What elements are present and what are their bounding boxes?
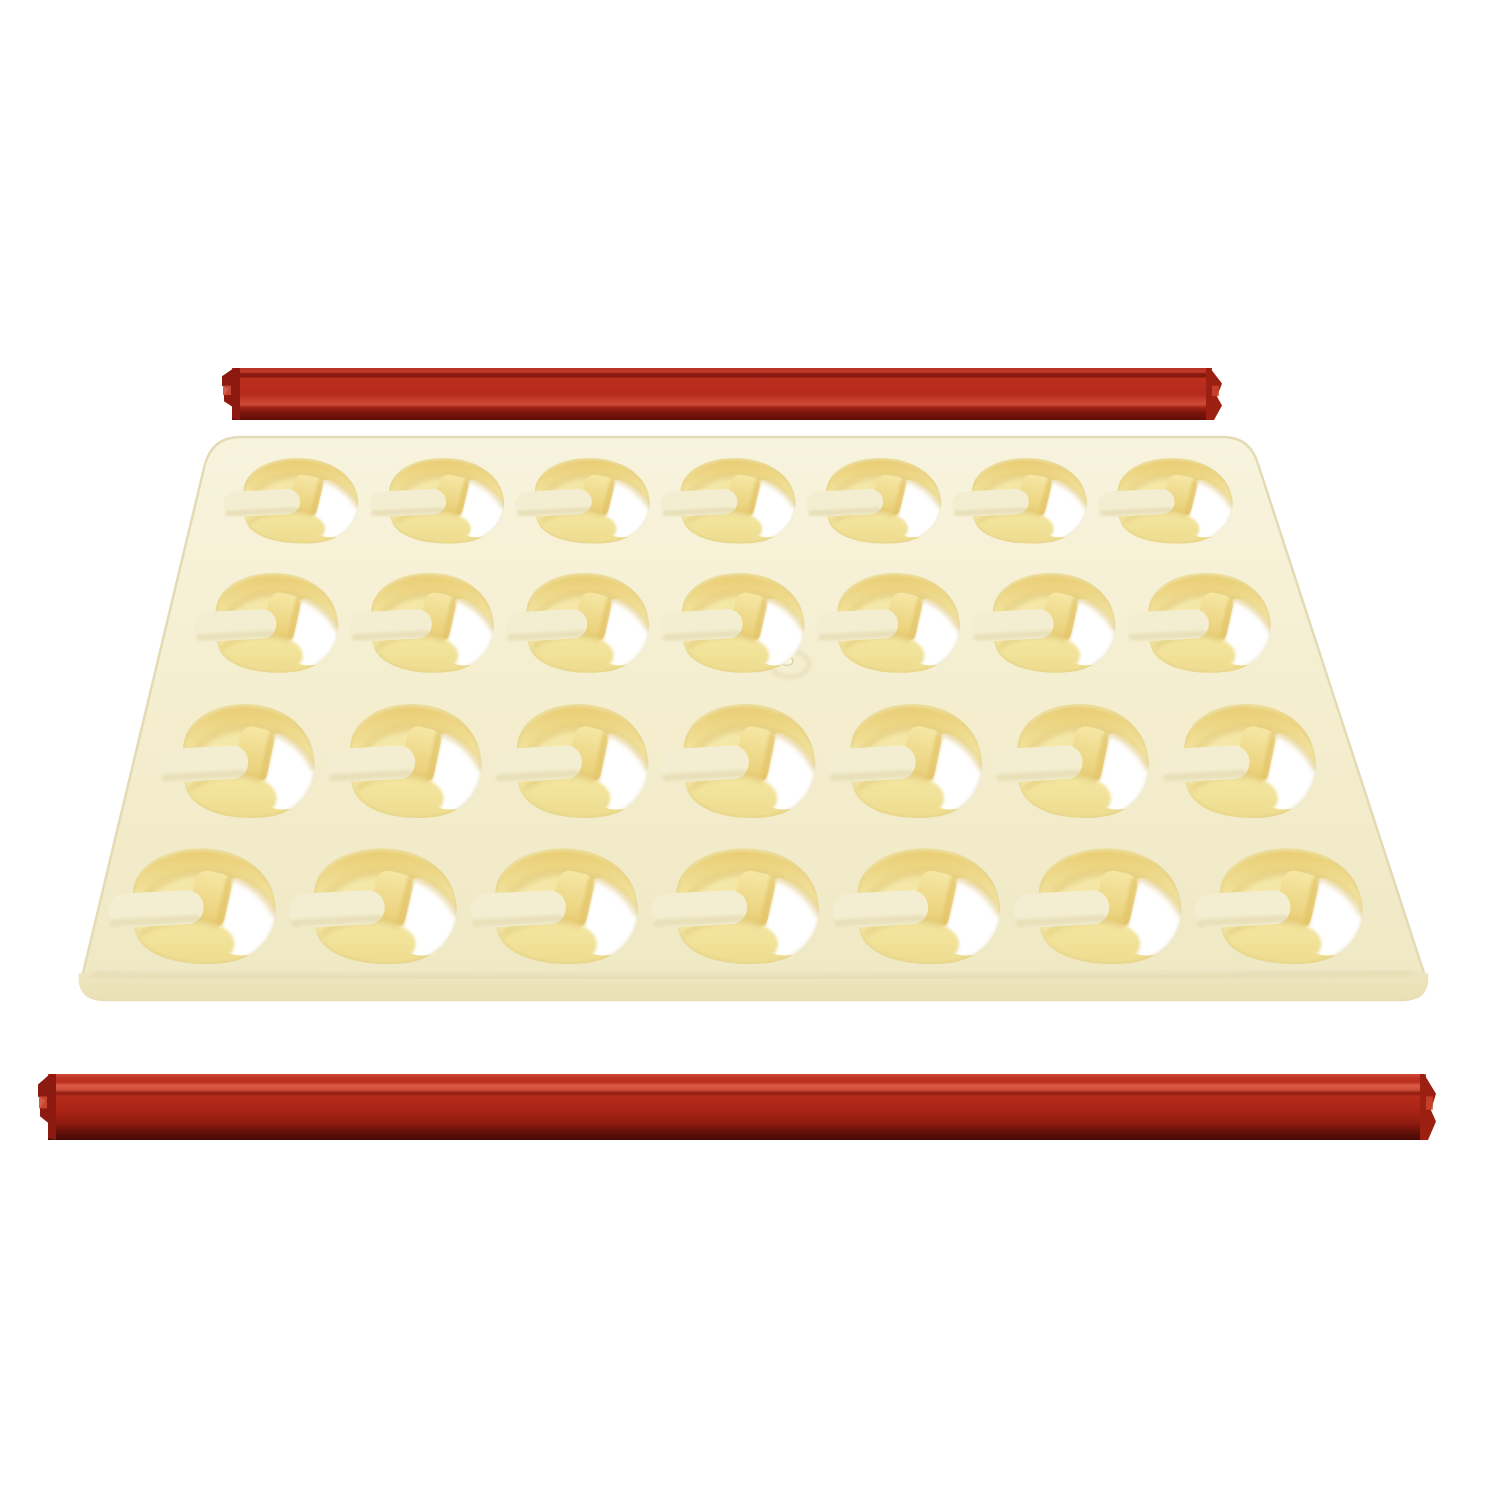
rail-body bbox=[48, 1074, 1426, 1140]
rail-body bbox=[232, 368, 1212, 420]
rail-right-end-notch bbox=[1426, 1096, 1433, 1109]
rail-right-end-notch bbox=[1212, 386, 1219, 396]
rail-left-end-notch bbox=[223, 386, 231, 395]
product-photo-stage bbox=[0, 0, 1500, 1500]
bottom-rail bbox=[38, 1074, 1436, 1140]
top-rail bbox=[222, 368, 1222, 420]
rail-left-end-notch bbox=[39, 1096, 47, 1108]
scene-svg bbox=[0, 0, 1500, 1500]
